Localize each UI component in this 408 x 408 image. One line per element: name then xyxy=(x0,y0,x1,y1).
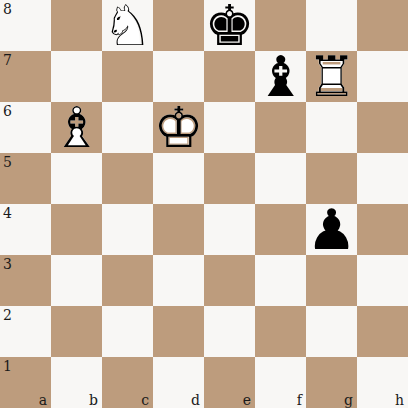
square-d2[interactable] xyxy=(153,306,204,357)
square-f3[interactable] xyxy=(255,255,306,306)
white-rook-outline-glyph: ♖ xyxy=(306,51,357,102)
square-g7[interactable]: ♜♖ xyxy=(306,51,357,102)
square-f1[interactable]: f xyxy=(255,357,306,408)
square-h5[interactable] xyxy=(357,153,408,204)
square-d4[interactable] xyxy=(153,204,204,255)
square-c2[interactable] xyxy=(102,306,153,357)
square-h3[interactable] xyxy=(357,255,408,306)
rank-label-6: 6 xyxy=(3,104,12,118)
square-b3[interactable] xyxy=(51,255,102,306)
square-a1[interactable]: 1a xyxy=(0,357,51,408)
rank-label-4: 4 xyxy=(3,206,12,220)
square-a3[interactable]: 3 xyxy=(0,255,51,306)
rank-label-3: 3 xyxy=(3,257,12,271)
square-c1[interactable]: c xyxy=(102,357,153,408)
square-g1[interactable]: g xyxy=(306,357,357,408)
square-b2[interactable] xyxy=(51,306,102,357)
square-b1[interactable]: b xyxy=(51,357,102,408)
square-h4[interactable] xyxy=(357,204,408,255)
square-f6[interactable] xyxy=(255,102,306,153)
square-e6[interactable] xyxy=(204,102,255,153)
square-f7[interactable]: ♝ xyxy=(255,51,306,102)
square-d6[interactable]: ♚♔ xyxy=(153,102,204,153)
square-e1[interactable]: e xyxy=(204,357,255,408)
black-king-glyph: ♚ xyxy=(204,0,255,51)
piece-white-rook[interactable]: ♜♖ xyxy=(306,51,357,102)
square-g2[interactable] xyxy=(306,306,357,357)
black-pawn-glyph: ♟ xyxy=(306,204,357,255)
square-e3[interactable] xyxy=(204,255,255,306)
square-c8[interactable]: ♞♘ xyxy=(102,0,153,51)
piece-black-king[interactable]: ♚ xyxy=(204,0,255,51)
square-f5[interactable] xyxy=(255,153,306,204)
square-h2[interactable] xyxy=(357,306,408,357)
square-h8[interactable] xyxy=(357,0,408,51)
square-c4[interactable] xyxy=(102,204,153,255)
square-d1[interactable]: d xyxy=(153,357,204,408)
rank-label-1: 1 xyxy=(3,359,12,373)
square-f2[interactable] xyxy=(255,306,306,357)
square-a5[interactable]: 5 xyxy=(0,153,51,204)
file-label-c: c xyxy=(141,393,149,407)
square-c5[interactable] xyxy=(102,153,153,204)
rank-label-7: 7 xyxy=(3,53,12,67)
rank-label-8: 8 xyxy=(3,2,12,16)
piece-white-king[interactable]: ♚♔ xyxy=(153,102,204,153)
square-a8[interactable]: 8 xyxy=(0,0,51,51)
square-d8[interactable] xyxy=(153,0,204,51)
square-h1[interactable]: h xyxy=(357,357,408,408)
piece-white-knight[interactable]: ♞♘ xyxy=(102,0,153,51)
file-label-d: d xyxy=(191,393,200,407)
rank-label-2: 2 xyxy=(3,308,12,322)
square-e7[interactable] xyxy=(204,51,255,102)
file-label-e: e xyxy=(243,393,251,407)
square-b6[interactable]: ♝♗ xyxy=(51,102,102,153)
piece-white-bishop[interactable]: ♝♗ xyxy=(51,102,102,153)
white-bishop-outline-glyph: ♗ xyxy=(51,102,102,153)
rank-label-5: 5 xyxy=(3,155,12,169)
file-label-f: f xyxy=(297,393,302,407)
white-knight-outline-glyph: ♘ xyxy=(102,0,153,51)
square-e2[interactable] xyxy=(204,306,255,357)
piece-black-pawn[interactable]: ♟ xyxy=(306,204,357,255)
file-label-a: a xyxy=(39,393,47,407)
square-e5[interactable] xyxy=(204,153,255,204)
square-h6[interactable] xyxy=(357,102,408,153)
square-a4[interactable]: 4 xyxy=(0,204,51,255)
square-g3[interactable] xyxy=(306,255,357,306)
square-b8[interactable] xyxy=(51,0,102,51)
square-b4[interactable] xyxy=(51,204,102,255)
square-e4[interactable] xyxy=(204,204,255,255)
square-h7[interactable] xyxy=(357,51,408,102)
square-b5[interactable] xyxy=(51,153,102,204)
square-c7[interactable] xyxy=(102,51,153,102)
square-a7[interactable]: 7 xyxy=(0,51,51,102)
file-label-b: b xyxy=(89,393,98,407)
piece-black-bishop[interactable]: ♝ xyxy=(255,51,306,102)
file-label-h: h xyxy=(395,393,404,407)
square-a6[interactable]: 6 xyxy=(0,102,51,153)
black-bishop-glyph: ♝ xyxy=(255,51,306,102)
square-e8[interactable]: ♚ xyxy=(204,0,255,51)
square-c6[interactable] xyxy=(102,102,153,153)
square-c3[interactable] xyxy=(102,255,153,306)
chess-board: 8♞♘♚7♝♜♖6♝♗♚♔54♟321abcdefgh xyxy=(0,0,408,408)
file-label-g: g xyxy=(344,393,353,407)
white-king-outline-glyph: ♔ xyxy=(153,102,204,153)
square-a2[interactable]: 2 xyxy=(0,306,51,357)
square-g4[interactable]: ♟ xyxy=(306,204,357,255)
square-g6[interactable] xyxy=(306,102,357,153)
square-d3[interactable] xyxy=(153,255,204,306)
square-f4[interactable] xyxy=(255,204,306,255)
square-d5[interactable] xyxy=(153,153,204,204)
